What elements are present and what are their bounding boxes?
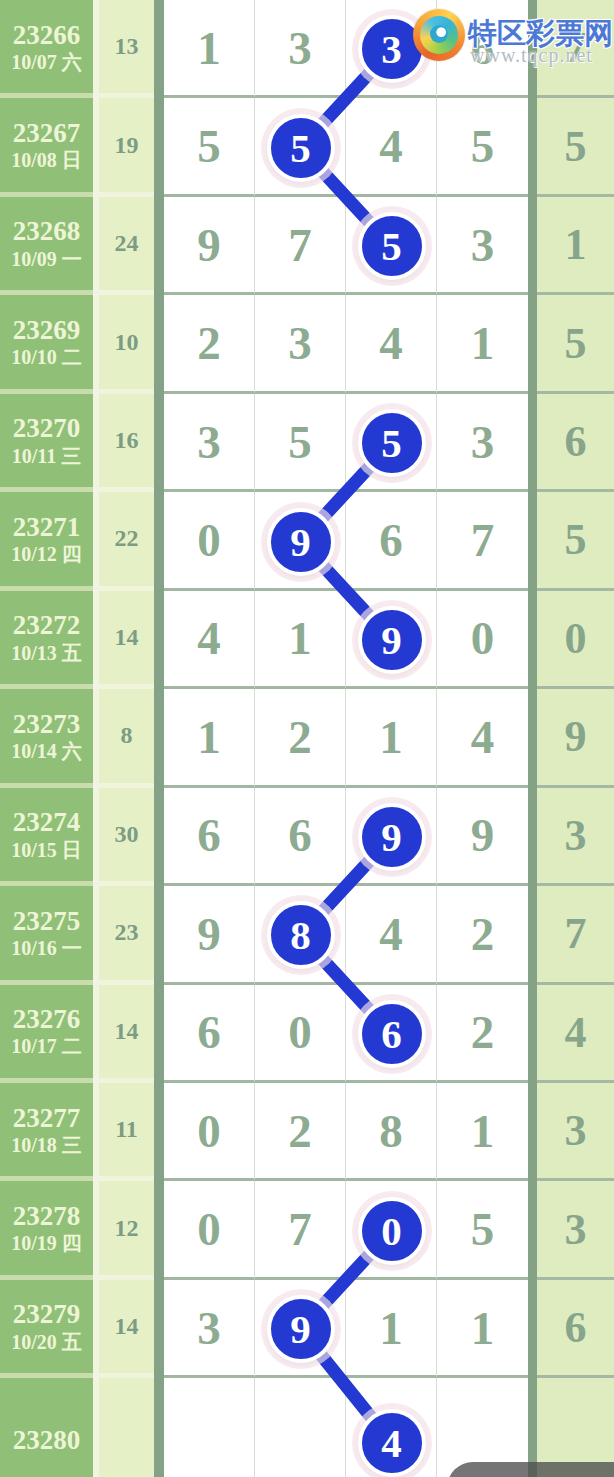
digit-cell [255,1378,346,1477]
column-border [154,1083,164,1181]
draw-date: 10/17 二 [11,1036,82,1057]
draw-date: 10/15 日 [11,840,82,861]
row-label-cell: 2326610/07 六 [0,0,93,98]
fifth-digit-cell: 3 [537,1083,614,1181]
issue-number: 23273 [13,710,81,738]
digit-cell: 5 [437,98,528,196]
draw-date: 10/19 四 [11,1233,82,1254]
column-border [154,1378,164,1477]
digit-cell: 9 [437,788,528,886]
floating-toolbar-button[interactable] [447,1462,614,1477]
issue-number: 23279 [13,1300,81,1328]
column-border [154,1181,164,1279]
row-label-cell: 2327810/19 四 [0,1181,93,1279]
draw-date: 10/20 五 [11,1332,82,1353]
digit-cell: 4 [346,98,437,196]
digit-cell: 7 [437,492,528,590]
issue-number: 23270 [13,414,81,442]
fifth-digit-cell: 1 [537,197,614,295]
digit-cell: 0 [164,1181,255,1279]
circled-digit-marker: 9 [358,803,426,871]
draw-date: 10/16 一 [11,938,82,959]
issue-number: 23267 [13,119,81,147]
digit-cell: 3 [164,1280,255,1378]
digit-cell: 2 [164,295,255,393]
issue-number: 23278 [13,1202,81,1230]
row-label-cell: 2327310/14 六 [0,689,93,787]
column-border [528,1083,537,1181]
draw-date: 10/09 一 [11,249,82,270]
digit-cell: 1 [346,1280,437,1378]
row-label-cell: 2327410/15 日 [0,788,93,886]
sum-cell: 10 [99,295,154,393]
digit-cell: 3 [164,394,255,492]
row-label-cell: 2326910/10 二 [0,295,93,393]
digit-cell: 9 [164,197,255,295]
column-border [528,0,537,98]
column-border [528,492,537,590]
digit-cell: 0 [437,591,528,689]
sum-cell: 12 [99,1181,154,1279]
column-border [154,295,164,393]
draw-date: 10/18 三 [11,1135,82,1156]
digit-cell: 2 [255,689,346,787]
circled-digit-marker: 3 [358,15,426,83]
row-label-cell: 2327610/17 二 [0,985,93,1083]
fifth-digit-cell: 9 [537,689,614,787]
circled-digit-marker: 6 [358,1000,426,1068]
circled-digit-marker: 0 [358,1197,426,1265]
draw-date: 10/13 五 [11,643,82,664]
row-label-cell: 2327010/11 三 [0,394,93,492]
fifth-digit-cell: 5 [537,98,614,196]
issue-number: 23266 [13,21,81,49]
draw-date: 10/12 四 [11,544,82,565]
digit-cell: 6 [255,788,346,886]
digit-cell: 3 [437,197,528,295]
digit-cell: 6 [437,0,528,98]
column-border [528,1280,537,1378]
column-border [528,1181,537,1279]
digit-cell: 2 [437,985,528,1083]
sum-cell: 14 [99,591,154,689]
draw-date: 10/10 二 [11,347,82,368]
draw-date: 10/11 三 [12,446,81,467]
column-border [154,886,164,984]
circled-digit-marker: 5 [267,114,335,182]
sum-cell: 8 [99,689,154,787]
digit-cell: 2 [437,886,528,984]
sum-cell: 30 [99,788,154,886]
issue-number: 23280 [13,1426,81,1454]
row-label-cell: 2327210/13 五 [0,591,93,689]
digit-cell: 0 [164,1083,255,1181]
column-border [528,985,537,1083]
column-border [528,886,537,984]
digit-cell: 4 [164,591,255,689]
column-border [154,197,164,295]
row-label-cell: 23280 [0,1378,93,1477]
column-border [528,295,537,393]
sum-cell: 16 [99,394,154,492]
fifth-digit-cell: 3 [537,788,614,886]
column-border [154,689,164,787]
circled-digit-marker: 9 [358,606,426,674]
circled-digit-marker: 4 [358,1409,426,1477]
sum-cell: 13 [99,0,154,98]
draw-date: 10/07 六 [11,52,82,73]
sum-cell: 14 [99,1280,154,1378]
circled-digit-marker: 5 [358,409,426,477]
digit-cell: 4 [346,295,437,393]
digit-cell: 3 [255,295,346,393]
digit-cell: 1 [437,1083,528,1181]
digit-cell [164,1378,255,1477]
digit-cell: 1 [437,295,528,393]
column-border [154,591,164,689]
issue-number: 23274 [13,808,81,836]
digit-cell: 1 [346,689,437,787]
digit-cell: 3 [437,394,528,492]
digit-cell: 7 [255,197,346,295]
digit-cell: 1 [164,689,255,787]
fifth-digit-cell: 0 [537,591,614,689]
column-border [154,1280,164,1378]
draw-date: 10/14 六 [11,741,82,762]
fifth-digit-cell: 5 [537,295,614,393]
issue-number: 23268 [13,217,81,245]
column-border [154,985,164,1083]
row-label-cell: 2327510/16 一 [0,886,93,984]
issue-number: 23277 [13,1104,81,1132]
column-border [154,0,164,98]
column-border [528,689,537,787]
circled-digit-marker: 9 [267,1295,335,1363]
column-border [528,98,537,196]
row-label-cell: 2326710/08 日 [0,98,93,196]
digit-cell: 1 [437,1280,528,1378]
digit-cell: 6 [346,492,437,590]
sum-cell [99,1378,154,1477]
digit-cell: 1 [164,0,255,98]
issue-number: 23269 [13,316,81,344]
digit-cell: 3 [255,0,346,98]
sum-cell: 19 [99,98,154,196]
digit-cell: 6 [164,985,255,1083]
sum-cell: 11 [99,1083,154,1181]
digit-cell: 4 [346,886,437,984]
fifth-digit-cell: 7 [537,0,614,98]
column-border [154,492,164,590]
row-label-cell: 2327910/20 五 [0,1280,93,1378]
digit-cell: 5 [255,394,346,492]
digit-cell: 1 [255,591,346,689]
draw-date: 10/08 日 [11,150,82,171]
digit-cell: 0 [255,985,346,1083]
sum-cell: 23 [99,886,154,984]
row-label-cell: 2326810/09 一 [0,197,93,295]
digit-cell: 8 [346,1083,437,1181]
sum-cell: 24 [99,197,154,295]
fifth-digit-cell: 4 [537,985,614,1083]
digit-cell: 4 [437,689,528,787]
digit-cell: 6 [164,788,255,886]
circled-digit-marker: 5 [358,212,426,280]
fifth-digit-cell: 3 [537,1181,614,1279]
column-border [154,394,164,492]
trend-grid: 2326610/07 六1313672326710/08 日1954552326… [0,0,614,1477]
fifth-digit-cell: 7 [537,886,614,984]
circled-digit-marker: 8 [267,901,335,969]
issue-number: 23272 [13,611,81,639]
column-border [154,98,164,196]
digit-cell: 7 [255,1181,346,1279]
digit-cell: 2 [255,1083,346,1181]
digit-cell: 5 [437,1181,528,1279]
digit-cell: 9 [164,886,255,984]
issue-number: 23276 [13,1005,81,1033]
issue-number: 23271 [13,513,81,541]
circled-digit-marker: 9 [267,508,335,576]
row-label-cell: 2327710/18 三 [0,1083,93,1181]
issue-number: 23275 [13,907,81,935]
row-label-cell: 2327110/12 四 [0,492,93,590]
sum-cell: 14 [99,985,154,1083]
column-border [528,394,537,492]
fifth-digit-cell: 6 [537,1280,614,1378]
fifth-digit-cell: 5 [537,492,614,590]
digit-cell: 0 [164,492,255,590]
lottery-trend-page: { "game": "lottery draw-number trend cha… [0,0,614,1477]
column-border [528,788,537,886]
sum-cell: 22 [99,492,154,590]
column-border [528,197,537,295]
fifth-digit-cell: 6 [537,394,614,492]
column-border [528,591,537,689]
digit-cell: 5 [164,98,255,196]
column-border [154,788,164,886]
